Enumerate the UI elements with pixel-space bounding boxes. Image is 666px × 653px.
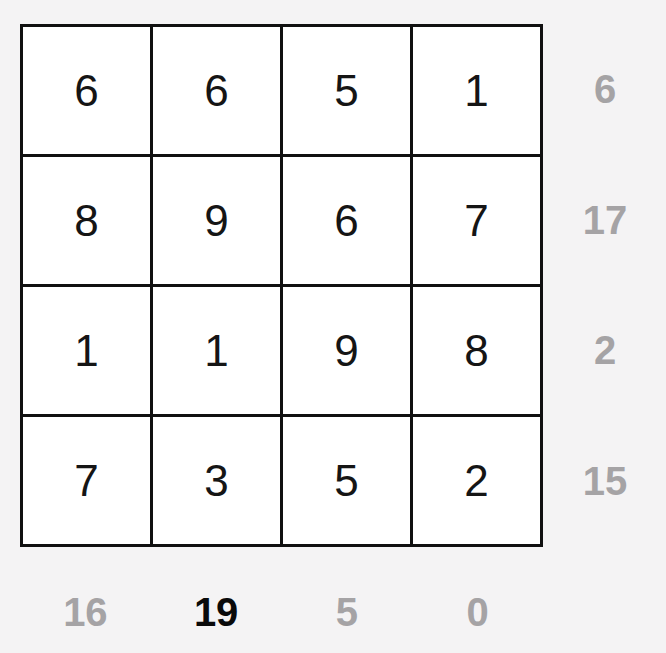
col-sum-1: 16 <box>20 571 151 653</box>
sum-puzzle-grid: 6 6 5 1 8 9 6 7 1 1 9 8 7 3 5 2 <box>20 24 543 547</box>
col-sum-2: 19 <box>151 571 282 653</box>
grid-cell-r1c3[interactable]: 5 <box>283 27 410 154</box>
column-target-sums: 16 19 5 0 <box>20 547 543 653</box>
grid-cell-r2c2[interactable]: 9 <box>153 157 280 284</box>
row-sum-3: 2 <box>543 286 666 417</box>
row-sum-2: 17 <box>543 155 666 286</box>
grid-cell-r3c4[interactable]: 8 <box>413 287 540 414</box>
grid-cell-r1c2[interactable]: 6 <box>153 27 280 154</box>
col-sum-4: 0 <box>412 571 543 653</box>
grid-cell-r1c1[interactable]: 6 <box>23 27 150 154</box>
grid-cell-r3c1[interactable]: 1 <box>23 287 150 414</box>
col-sum-3: 5 <box>282 571 413 653</box>
row-sum-1: 6 <box>543 24 666 155</box>
grid-cell-r2c1[interactable]: 8 <box>23 157 150 284</box>
row-sum-4: 15 <box>543 416 666 547</box>
row-target-sums: 6 17 2 15 <box>543 24 666 547</box>
grid-cell-r4c2[interactable]: 3 <box>153 417 280 544</box>
grid-cell-r4c4[interactable]: 2 <box>413 417 540 544</box>
grid-cell-r4c1[interactable]: 7 <box>23 417 150 544</box>
puzzle-canvas: 6 6 5 1 8 9 6 7 1 1 9 8 7 3 5 2 6 17 2 1… <box>0 0 666 653</box>
grid-cell-r2c4[interactable]: 7 <box>413 157 540 284</box>
grid-cell-r3c3[interactable]: 9 <box>283 287 410 414</box>
grid-cell-r2c3[interactable]: 6 <box>283 157 410 284</box>
grid-cell-r1c4[interactable]: 1 <box>413 27 540 154</box>
grid-cell-r3c2[interactable]: 1 <box>153 287 280 414</box>
grid-cell-r4c3[interactable]: 5 <box>283 417 410 544</box>
